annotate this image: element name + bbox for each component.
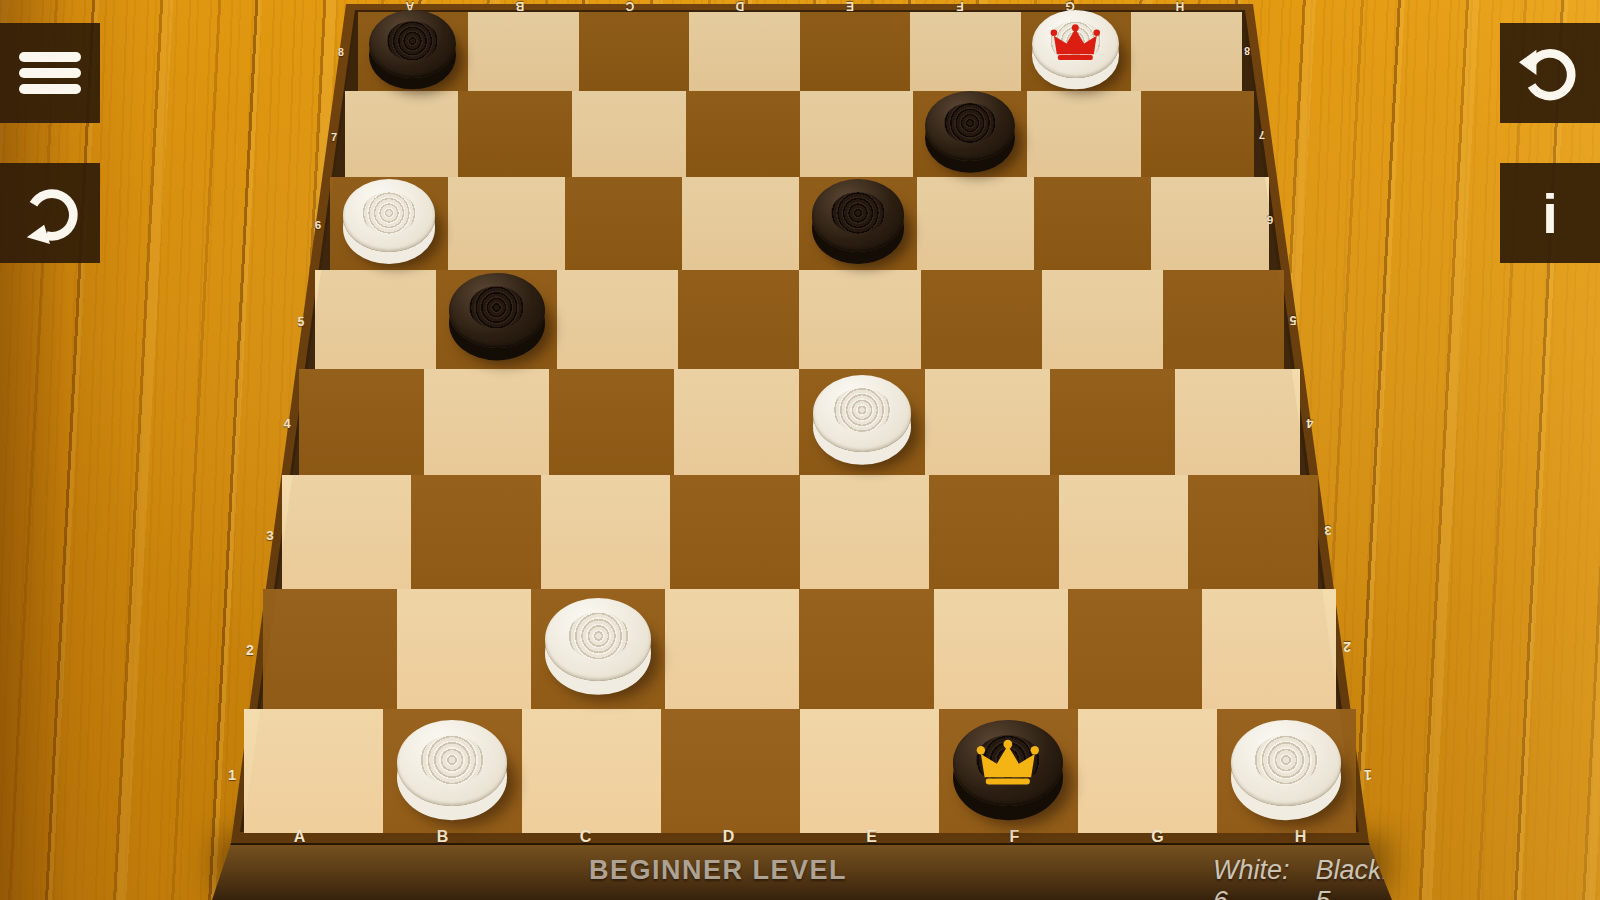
piece-rings <box>420 735 484 785</box>
undo-icon <box>1519 42 1581 104</box>
piece-rings <box>833 388 890 433</box>
black-man-f7[interactable] <box>925 91 1015 161</box>
white-king-g8[interactable] <box>1032 10 1119 78</box>
rotate-board-button[interactable] <box>0 163 100 263</box>
piece-rings <box>1254 735 1318 785</box>
white-man-b1[interactable] <box>397 720 507 806</box>
info-icon: i <box>1542 181 1558 246</box>
info-button[interactable]: i <box>1500 163 1600 263</box>
score-labels: White: 6 Black: 5 <box>1213 855 1389 900</box>
king-crown-icon <box>1050 23 1101 64</box>
black-man-e6[interactable] <box>812 179 905 251</box>
black-king-f1[interactable] <box>953 720 1063 806</box>
white-man-a6[interactable] <box>343 179 436 251</box>
piece-rings <box>568 612 629 660</box>
level-label: BEGINNER LEVEL <box>589 855 847 886</box>
menu-button[interactable] <box>0 23 100 123</box>
undo-button[interactable] <box>1500 23 1600 123</box>
rotate-icon <box>19 182 81 244</box>
pieces-layer <box>0 0 1600 900</box>
white-man-e4[interactable] <box>813 375 912 452</box>
piece-rings <box>831 192 885 234</box>
white-man-c2[interactable] <box>545 598 651 681</box>
white-count: White: 6 <box>1213 855 1290 900</box>
piece-rings <box>387 21 438 60</box>
status-bar: BEGINNER LEVEL White: 6 Black: 5 <box>210 843 1394 900</box>
black-man-a8[interactable] <box>369 10 456 78</box>
menu-icon <box>19 52 81 62</box>
white-man-h1[interactable] <box>1231 720 1341 806</box>
black-man-b5[interactable] <box>449 273 545 348</box>
piece-rings <box>944 103 996 144</box>
piece-rings <box>469 286 524 329</box>
king-crown-icon <box>976 738 1040 789</box>
piece-rings <box>362 192 416 234</box>
